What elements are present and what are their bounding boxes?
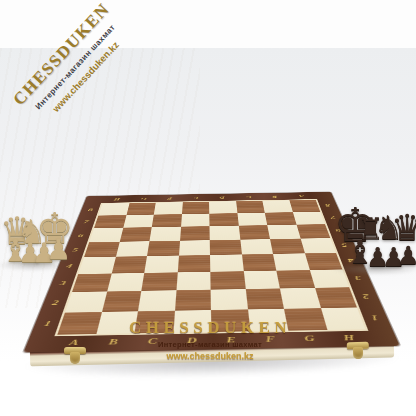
square-g8[interactable] (262, 200, 292, 212)
square-a1[interactable] (57, 312, 101, 335)
square-b6[interactable] (119, 227, 151, 241)
coordinate-label: E (183, 195, 209, 200)
square-g5[interactable] (270, 238, 304, 254)
square-g2[interactable] (280, 288, 320, 309)
square-d7[interactable] (181, 213, 210, 226)
square-c5[interactable] (147, 240, 180, 256)
square-b3[interactable] (107, 273, 145, 292)
coordinate-label: A (287, 193, 315, 198)
square-g4[interactable] (273, 253, 309, 270)
square-a4[interactable] (78, 257, 115, 274)
coordinate-label: C (235, 194, 262, 199)
square-a7[interactable] (94, 215, 126, 228)
square-g3[interactable] (276, 270, 314, 289)
square-d2[interactable] (174, 290, 210, 311)
square-d3[interactable] (176, 271, 211, 290)
square-f8[interactable] (236, 201, 265, 213)
brass-latch-left (62, 347, 88, 366)
square-d6[interactable] (180, 226, 210, 240)
square-g6[interactable] (267, 225, 300, 239)
square-e3[interactable] (210, 271, 245, 290)
coordinate-label: B (261, 193, 288, 198)
square-d4[interactable] (177, 255, 210, 272)
watermark-board: CHESSDUKEN Интернет-магазин шахмат www.c… (108, 318, 312, 361)
square-b8[interactable] (126, 203, 156, 215)
square-g7[interactable] (265, 212, 296, 225)
square-b7[interactable] (123, 214, 154, 227)
square-b4[interactable] (111, 256, 147, 273)
square-c2[interactable] (138, 290, 176, 311)
offboard-dark-pawn: ♟ (397, 243, 416, 268)
offboard-light-pawn: ♟ (46, 236, 71, 264)
square-e8[interactable] (209, 201, 237, 213)
square-f2[interactable] (245, 288, 284, 309)
square-f5[interactable] (240, 239, 273, 255)
shop-url: www.chessduken.kz (108, 351, 312, 361)
brass-latch-right (345, 342, 372, 362)
square-e5[interactable] (210, 239, 242, 255)
square-a5[interactable] (84, 242, 119, 258)
square-a3[interactable] (72, 273, 111, 292)
square-h5[interactable] (300, 238, 336, 254)
product-photo-scene: CHESSDUKEN Интернет-магазин шахмат www.c… (0, 0, 416, 416)
square-h1[interactable] (320, 307, 365, 330)
square-f7[interactable] (237, 212, 267, 225)
square-a8[interactable] (98, 203, 129, 215)
square-h8[interactable] (289, 200, 320, 212)
square-f6[interactable] (238, 225, 270, 239)
square-h2[interactable] (315, 287, 357, 308)
brand-text: CHESSDUKEN (108, 318, 312, 338)
square-c8[interactable] (154, 202, 183, 214)
coordinate-label: D (209, 194, 236, 199)
square-f3[interactable] (243, 270, 280, 289)
square-h6[interactable] (296, 224, 330, 238)
offboard-dark-pieces: ♚♜♞♛♝♟♟♟ (334, 186, 416, 270)
square-b2[interactable] (102, 291, 142, 312)
board-squares (54, 199, 368, 336)
square-d8[interactable] (182, 202, 210, 214)
latch-hook (70, 352, 80, 364)
latch-hook (353, 347, 363, 359)
coordinate-label: H (103, 196, 131, 201)
shop-subtitle: Интернет-магазин шахмат (108, 340, 312, 349)
square-c3[interactable] (141, 272, 177, 291)
square-d5[interactable] (179, 240, 210, 256)
square-h7[interactable] (292, 211, 325, 224)
square-f4[interactable] (241, 254, 276, 271)
square-e2[interactable] (211, 289, 248, 310)
coordinate-label: G (130, 196, 157, 201)
coordinate-label: F (156, 195, 183, 200)
square-e6[interactable] (209, 226, 239, 240)
square-e7[interactable] (209, 213, 238, 226)
square-c4[interactable] (144, 256, 178, 273)
square-c6[interactable] (149, 227, 180, 241)
square-b5[interactable] (116, 241, 150, 257)
offboard-light-pieces: ♛♞♚♝♟♟♟ (0, 196, 66, 266)
square-a2[interactable] (65, 291, 107, 312)
square-e4[interactable] (210, 254, 243, 271)
square-a6[interactable] (89, 228, 123, 242)
square-c7[interactable] (152, 214, 182, 227)
